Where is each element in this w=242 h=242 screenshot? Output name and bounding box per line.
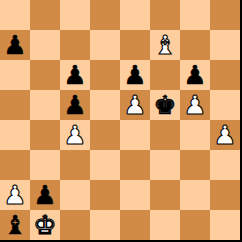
square-e2[interactable]: [120, 180, 150, 210]
square-b6[interactable]: [30, 60, 60, 90]
square-b5[interactable]: [30, 90, 60, 120]
square-d3[interactable]: [90, 150, 120, 180]
square-a1[interactable]: ♝: [0, 210, 30, 240]
square-a6[interactable]: [0, 60, 30, 90]
square-a5[interactable]: [0, 90, 30, 120]
square-g8[interactable]: [180, 0, 210, 30]
white-pawn[interactable]: ♟: [213, 120, 236, 150]
black-king[interactable]: ♚: [153, 90, 176, 120]
black-pawn[interactable]: ♟: [3, 30, 26, 60]
square-d8[interactable]: [90, 0, 120, 30]
square-c1[interactable]: [60, 210, 90, 240]
square-h7[interactable]: [210, 30, 240, 60]
square-e7[interactable]: [120, 30, 150, 60]
square-h8[interactable]: [210, 0, 240, 30]
square-g4[interactable]: [180, 120, 210, 150]
square-h1[interactable]: [210, 210, 240, 240]
black-pawn[interactable]: ♟: [183, 60, 206, 90]
square-b1[interactable]: ♚: [30, 210, 60, 240]
square-e6[interactable]: ♟: [120, 60, 150, 90]
square-b8[interactable]: [30, 0, 60, 30]
square-f4[interactable]: [150, 120, 180, 150]
square-e3[interactable]: [120, 150, 150, 180]
square-a7[interactable]: ♟: [0, 30, 30, 60]
square-f2[interactable]: [150, 180, 180, 210]
square-g5[interactable]: ♟: [180, 90, 210, 120]
square-g3[interactable]: [180, 150, 210, 180]
square-c2[interactable]: [60, 180, 90, 210]
square-h5[interactable]: [210, 90, 240, 120]
square-f3[interactable]: [150, 150, 180, 180]
square-d1[interactable]: [90, 210, 120, 240]
square-g6[interactable]: ♟: [180, 60, 210, 90]
square-a4[interactable]: [0, 120, 30, 150]
square-c4[interactable]: ♟: [60, 120, 90, 150]
black-bishop[interactable]: ♝: [3, 210, 26, 240]
square-e1[interactable]: [120, 210, 150, 240]
white-pawn[interactable]: ♟: [183, 90, 206, 120]
black-pawn[interactable]: ♟: [123, 60, 146, 90]
square-f6[interactable]: [150, 60, 180, 90]
square-d4[interactable]: [90, 120, 120, 150]
black-pawn[interactable]: ♟: [63, 90, 86, 120]
square-e5[interactable]: ♟: [120, 90, 150, 120]
square-c5[interactable]: ♟: [60, 90, 90, 120]
square-e8[interactable]: [120, 0, 150, 30]
square-a8[interactable]: [0, 0, 30, 30]
square-f1[interactable]: [150, 210, 180, 240]
square-h6[interactable]: [210, 60, 240, 90]
square-a3[interactable]: [0, 150, 30, 180]
chess-board: ♟♝♟♟♟♟♟♚♟♟♟♟♟♝♚: [0, 0, 242, 242]
square-c3[interactable]: [60, 150, 90, 180]
square-b7[interactable]: [30, 30, 60, 60]
square-b2[interactable]: ♟: [30, 180, 60, 210]
square-c8[interactable]: [60, 0, 90, 30]
square-f8[interactable]: [150, 0, 180, 30]
square-g2[interactable]: [180, 180, 210, 210]
black-pawn[interactable]: ♟: [63, 60, 86, 90]
white-king[interactable]: ♚: [33, 210, 56, 240]
white-pawn[interactable]: ♟: [123, 90, 146, 120]
square-b4[interactable]: [30, 120, 60, 150]
square-d5[interactable]: [90, 90, 120, 120]
square-e4[interactable]: [120, 120, 150, 150]
square-g1[interactable]: [180, 210, 210, 240]
square-c7[interactable]: [60, 30, 90, 60]
square-a2[interactable]: ♟: [0, 180, 30, 210]
square-d7[interactable]: [90, 30, 120, 60]
square-d6[interactable]: [90, 60, 120, 90]
square-f7[interactable]: ♝: [150, 30, 180, 60]
white-pawn[interactable]: ♟: [3, 180, 26, 210]
square-c6[interactable]: ♟: [60, 60, 90, 90]
square-h4[interactable]: ♟: [210, 120, 240, 150]
square-d2[interactable]: [90, 180, 120, 210]
square-h3[interactable]: [210, 150, 240, 180]
square-g7[interactable]: [180, 30, 210, 60]
square-f5[interactable]: ♚: [150, 90, 180, 120]
black-pawn[interactable]: ♟: [33, 180, 56, 210]
white-pawn[interactable]: ♟: [63, 120, 86, 150]
square-h2[interactable]: [210, 180, 240, 210]
square-b3[interactable]: [30, 150, 60, 180]
white-bishop[interactable]: ♝: [153, 30, 176, 60]
